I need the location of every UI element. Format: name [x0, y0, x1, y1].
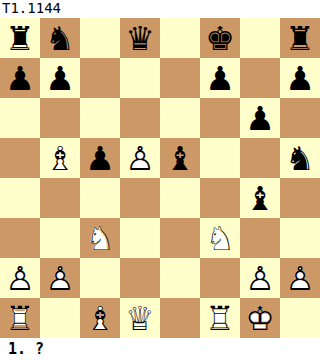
square-g6[interactable]: ♟: [240, 98, 280, 138]
square-g2[interactable]: ♟♙: [240, 258, 280, 298]
white-pawn-fill: ♟: [240, 258, 280, 298]
black-bishop: ♝: [240, 178, 280, 218]
square-b1[interactable]: [40, 298, 80, 338]
chess-puzzle-window: T1.1144 ♜♞♛♚♜♟♟♟♟♟♝♗♟♟♙♝♞♝♞♘♞♘♟♙♟♙♟♙♟♙♜♖…: [0, 0, 320, 360]
square-e6[interactable]: [160, 98, 200, 138]
white-pawn: ♙: [280, 258, 320, 298]
square-a7[interactable]: ♟: [0, 58, 40, 98]
square-a8[interactable]: ♜: [0, 18, 40, 58]
black-pawn: ♟: [80, 138, 120, 178]
square-a2[interactable]: ♟♙: [0, 258, 40, 298]
square-e5[interactable]: ♝: [160, 138, 200, 178]
square-a6[interactable]: [0, 98, 40, 138]
square-f6[interactable]: [200, 98, 240, 138]
square-a4[interactable]: [0, 178, 40, 218]
white-queen: ♕: [120, 298, 160, 338]
white-rook-fill: ♜: [200, 298, 240, 338]
white-pawn-fill: ♟: [0, 258, 40, 298]
square-f2[interactable]: [200, 258, 240, 298]
white-pawn: ♙: [0, 258, 40, 298]
square-e4[interactable]: [160, 178, 200, 218]
black-pawn: ♟: [280, 58, 320, 98]
square-a1[interactable]: ♜♖: [0, 298, 40, 338]
square-h7[interactable]: ♟: [280, 58, 320, 98]
square-d7[interactable]: [120, 58, 160, 98]
black-king: ♚: [200, 18, 240, 58]
square-d5[interactable]: ♟♙: [120, 138, 160, 178]
white-rook: ♖: [0, 298, 40, 338]
square-f3[interactable]: ♞♘: [200, 218, 240, 258]
white-pawn: ♙: [120, 138, 160, 178]
black-knight: ♞: [280, 138, 320, 178]
white-knight-fill: ♞: [200, 218, 240, 258]
square-c8[interactable]: [80, 18, 120, 58]
white-bishop-fill: ♝: [80, 298, 120, 338]
white-king: ♔: [240, 298, 280, 338]
square-b4[interactable]: [40, 178, 80, 218]
square-g3[interactable]: [240, 218, 280, 258]
square-h2[interactable]: ♟♙: [280, 258, 320, 298]
square-c5[interactable]: ♟: [80, 138, 120, 178]
square-g4[interactable]: ♝: [240, 178, 280, 218]
square-h1[interactable]: [280, 298, 320, 338]
black-bishop: ♝: [160, 138, 200, 178]
square-h3[interactable]: [280, 218, 320, 258]
white-pawn-fill: ♟: [120, 138, 160, 178]
white-knight: ♘: [80, 218, 120, 258]
black-pawn: ♟: [240, 98, 280, 138]
white-knight-fill: ♞: [80, 218, 120, 258]
square-d4[interactable]: [120, 178, 160, 218]
square-f4[interactable]: [200, 178, 240, 218]
square-f1[interactable]: ♜♖: [200, 298, 240, 338]
square-b5[interactable]: ♝♗: [40, 138, 80, 178]
black-pawn: ♟: [200, 58, 240, 98]
puzzle-title: T1.1144: [0, 0, 320, 18]
square-h8[interactable]: ♜: [280, 18, 320, 58]
black-rook: ♜: [0, 18, 40, 58]
square-d6[interactable]: [120, 98, 160, 138]
square-c2[interactable]: [80, 258, 120, 298]
square-f7[interactable]: ♟: [200, 58, 240, 98]
square-b3[interactable]: [40, 218, 80, 258]
square-c4[interactable]: [80, 178, 120, 218]
white-rook-fill: ♜: [0, 298, 40, 338]
square-h5[interactable]: ♞: [280, 138, 320, 178]
white-rook: ♖: [200, 298, 240, 338]
square-c1[interactable]: ♝♗: [80, 298, 120, 338]
square-g8[interactable]: [240, 18, 280, 58]
square-a5[interactable]: [0, 138, 40, 178]
square-e8[interactable]: [160, 18, 200, 58]
white-bishop: ♗: [40, 138, 80, 178]
square-e7[interactable]: [160, 58, 200, 98]
square-d2[interactable]: [120, 258, 160, 298]
square-b7[interactable]: ♟: [40, 58, 80, 98]
square-c3[interactable]: ♞♘: [80, 218, 120, 258]
square-e3[interactable]: [160, 218, 200, 258]
square-d8[interactable]: ♛: [120, 18, 160, 58]
black-knight: ♞: [40, 18, 80, 58]
square-b2[interactable]: ♟♙: [40, 258, 80, 298]
square-d3[interactable]: [120, 218, 160, 258]
square-f8[interactable]: ♚: [200, 18, 240, 58]
white-king-fill: ♚: [240, 298, 280, 338]
white-pawn: ♙: [40, 258, 80, 298]
black-queen: ♛: [120, 18, 160, 58]
white-pawn-fill: ♟: [40, 258, 80, 298]
black-pawn: ♟: [40, 58, 80, 98]
square-c7[interactable]: [80, 58, 120, 98]
chess-board: ♜♞♛♚♜♟♟♟♟♟♝♗♟♟♙♝♞♝♞♘♞♘♟♙♟♙♟♙♟♙♜♖♝♗♛♕♜♖♚♔: [0, 18, 320, 338]
square-d1[interactable]: ♛♕: [120, 298, 160, 338]
square-b8[interactable]: ♞: [40, 18, 80, 58]
square-g1[interactable]: ♚♔: [240, 298, 280, 338]
white-pawn: ♙: [240, 258, 280, 298]
square-a3[interactable]: [0, 218, 40, 258]
square-h6[interactable]: [280, 98, 320, 138]
black-rook: ♜: [280, 18, 320, 58]
square-f5[interactable]: [200, 138, 240, 178]
black-pawn: ♟: [0, 58, 40, 98]
white-pawn-fill: ♟: [280, 258, 320, 298]
square-g7[interactable]: [240, 58, 280, 98]
move-prompt: 1. ?: [0, 338, 320, 360]
square-e1[interactable]: [160, 298, 200, 338]
white-queen-fill: ♛: [120, 298, 160, 338]
white-bishop: ♗: [80, 298, 120, 338]
square-b6[interactable]: [40, 98, 80, 138]
square-c6[interactable]: [80, 98, 120, 138]
square-g5[interactable]: [240, 138, 280, 178]
square-h4[interactable]: [280, 178, 320, 218]
white-knight: ♘: [200, 218, 240, 258]
white-bishop-fill: ♝: [40, 138, 80, 178]
square-e2[interactable]: [160, 258, 200, 298]
